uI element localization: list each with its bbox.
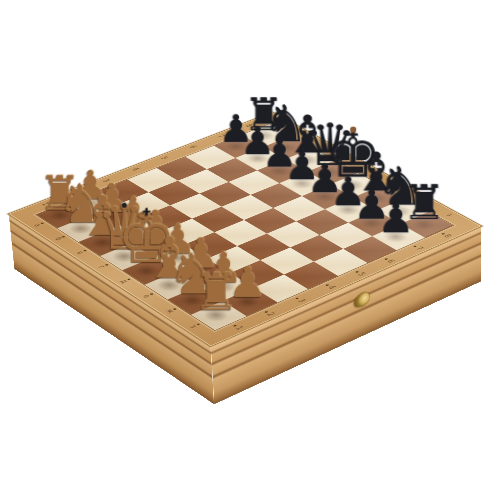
piece-shadow: [373, 225, 418, 248]
photo-scene: ♜♞♝♛♚♝♞♜♟♟♟♟♟♟♟♟♟♟♟♟♟♟♟♟♜♞♝♛♚✚♝♞♜ абвгде…: [0, 0, 500, 500]
black-queen: ♛: [295, 115, 367, 173]
square-h3: [254, 274, 308, 302]
product-photo: ♜♞♝♛♚♝♞♜♟♟♟♟♟♟♟♟♟♟♟♟♟♟♟♟♜♞♝♛♚✚♝♞♜ абвгде…: [0, 0, 500, 500]
brass-latch: [354, 290, 369, 309]
piece-shadow: [38, 204, 82, 226]
piece-shadow: [401, 213, 446, 235]
square-h1: ♜: [191, 301, 246, 330]
black-king-finial: [350, 126, 356, 132]
square-g8: ♞: [377, 199, 429, 224]
chess-box: ♜♞♝♛♚♝♞♜♟♟♟♟♟♟♟♟♟♟♟♟♟♟♟♟♜♞♝♛♚✚♝♞♜ абвгде…: [9, 112, 482, 346]
square-g7: ♟: [348, 211, 400, 237]
